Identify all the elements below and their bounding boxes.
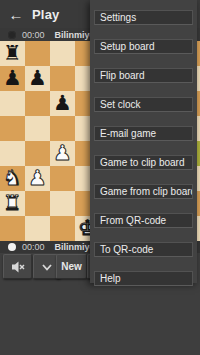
square-a4[interactable] [0,141,25,166]
menu-item-set-clock[interactable]: Set clock [94,97,193,112]
menu-item-game-from-clipboard[interactable]: Game from clip board [94,184,193,199]
app-screen: ← Play 00:00 Bilinmiyor ♜♟♟♟♟♞♟♜♚ 00:00 … [0,0,200,355]
square-b8[interactable] [25,41,50,66]
white-pawn-piece: ♟ [25,166,50,191]
black-clock: 00:00 [22,30,45,40]
white-pawn-piece: ♟ [50,141,75,166]
menu-item-from-qr-code[interactable]: From QR-code [94,213,193,228]
menu-item-settings[interactable]: Settings [94,10,193,25]
white-clock: 00:00 [22,242,45,252]
square-b2[interactable] [25,191,50,216]
chevron-down-icon [40,260,54,274]
square-a2[interactable]: ♜ [0,191,25,216]
menu-item-email-game[interactable]: E-mail game [94,126,193,141]
square-c1[interactable] [50,216,75,241]
black-pawn-piece: ♟ [50,91,75,116]
square-b1[interactable] [25,216,50,241]
square-b6[interactable] [25,91,50,116]
square-c6[interactable]: ♟ [50,91,75,116]
square-c8[interactable] [50,41,75,66]
black-rook-piece: ♜ [0,41,25,66]
new-game-button[interactable]: New [56,254,87,279]
square-b7[interactable]: ♟ [25,66,50,91]
square-a6[interactable] [0,91,25,116]
menu-item-to-qr-code[interactable]: To QR-code [94,242,193,257]
mute-speaker-icon [11,260,25,274]
back-arrow-icon[interactable]: ← [8,6,24,23]
black-pawn-piece: ♟ [25,66,50,91]
white-knight-piece: ♞ [0,166,25,191]
square-b3[interactable]: ♟ [25,166,50,191]
mute-button[interactable] [3,254,32,279]
square-b5[interactable] [25,116,50,141]
white-rook-piece: ♜ [0,191,25,216]
black-pawn-piece: ♟ [0,66,25,91]
square-a5[interactable] [0,116,25,141]
square-a3[interactable]: ♞ [0,166,25,191]
menu-item-setup-board[interactable]: Setup board [94,39,193,54]
square-a7[interactable]: ♟ [0,66,25,91]
black-turn-indicator [8,31,16,39]
square-c3[interactable] [50,166,75,191]
white-turn-indicator [8,243,16,251]
square-a8[interactable]: ♜ [0,41,25,66]
page-title: Play [32,7,60,22]
dropdown-menu: Settings Setup board Flip board Set cloc… [90,0,197,283]
square-c2[interactable] [50,191,75,216]
menu-item-help[interactable]: Help [94,271,193,286]
square-b4[interactable] [25,141,50,166]
new-game-label: New [61,261,82,272]
square-c7[interactable] [50,66,75,91]
square-c5[interactable] [50,116,75,141]
square-a1[interactable] [0,216,25,241]
menu-item-flip-board[interactable]: Flip board [94,68,193,83]
menu-item-game-to-clipboard[interactable]: Game to clip board [94,155,193,170]
square-c4[interactable]: ♟ [50,141,75,166]
